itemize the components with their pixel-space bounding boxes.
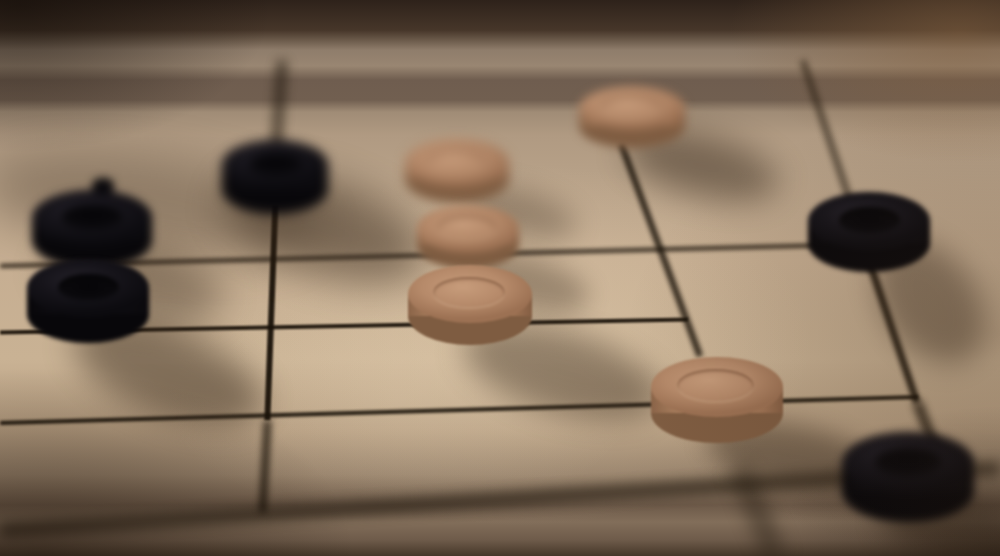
photo-scene (0, 0, 1000, 556)
turned-groove (600, 95, 661, 119)
wood-disc-E[interactable] (417, 205, 519, 269)
black-ring-C[interactable] (222, 140, 328, 214)
top-knob (92, 178, 114, 195)
ring-hole (58, 274, 119, 302)
black-ring-B[interactable] (27, 259, 149, 343)
ring-hole (875, 448, 941, 478)
black-ring-H[interactable] (808, 192, 930, 272)
wood-disc-G[interactable] (579, 86, 685, 148)
wood-disc-F[interactable] (408, 265, 532, 345)
turned-groove (433, 277, 505, 309)
turned-groove (677, 369, 754, 402)
wood-disc-I[interactable] (651, 357, 783, 443)
ring-hole (839, 207, 900, 235)
black-ring-J[interactable] (842, 432, 974, 522)
wood-disc-D[interactable] (405, 139, 509, 203)
turned-groove (426, 149, 486, 175)
ring-hole (62, 205, 122, 232)
black-ring-A[interactable] (32, 190, 152, 268)
ring-hole (249, 153, 302, 177)
turned-groove (437, 215, 496, 241)
